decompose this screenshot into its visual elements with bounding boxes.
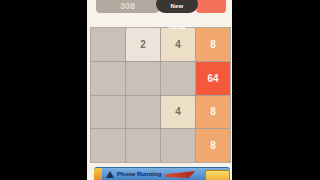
cell-r4c3-empty	[161, 129, 195, 162]
new-game-button[interactable]: New Game	[156, 0, 198, 13]
cell-r3c3-tile-4: 4	[161, 96, 195, 129]
ad-app-icon	[94, 168, 102, 180]
cell-r2c3-empty	[161, 62, 195, 95]
new-game-label: New Game	[168, 3, 185, 30]
ad-banner[interactable]: Phone Running	[94, 167, 230, 180]
cell-r2c4-tile-64: 64	[196, 62, 230, 95]
screen: 308 New Game 24864488 Phone Running	[0, 0, 320, 180]
cell-r3c2-empty	[126, 96, 160, 129]
cell-r1c2-tile-2: 2	[126, 28, 160, 61]
accent-orange-button[interactable]	[196, 0, 226, 13]
ad-headline: Phone Running	[117, 171, 161, 177]
ad-cta-button[interactable]	[205, 170, 230, 180]
cell-r2c1-empty	[91, 62, 125, 95]
score-box: 308	[96, 0, 159, 13]
cell-r2c2-empty	[126, 62, 160, 95]
board-grid[interactable]: 24864488	[90, 27, 231, 163]
cell-r4c1-empty	[91, 129, 125, 162]
cell-r4c2-empty	[126, 129, 160, 162]
cell-r4c4-tile-8: 8	[196, 129, 230, 162]
cell-r1c1-empty	[91, 28, 125, 61]
cell-r1c4-tile-8: 8	[196, 28, 230, 61]
game-app: 308 New Game 24864488 Phone Running	[87, 0, 232, 180]
cell-r3c4-tile-8: 8	[196, 96, 230, 129]
cell-r3c1-empty	[91, 96, 125, 129]
score-value: 308	[120, 1, 135, 11]
red-swoosh-graphic	[165, 171, 195, 178]
warning-triangle-icon	[106, 171, 114, 178]
